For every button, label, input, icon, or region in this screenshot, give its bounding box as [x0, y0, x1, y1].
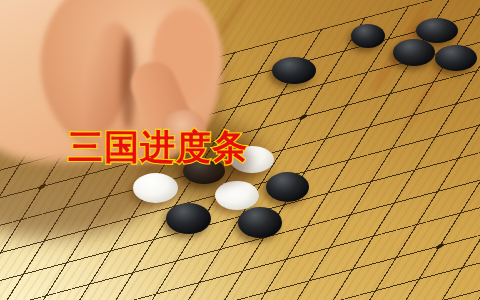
- stone-black[interactable]: [266, 172, 309, 202]
- hand-edge-shadow: [196, 28, 224, 132]
- stone-black[interactable]: [238, 207, 282, 238]
- stone-black[interactable]: [351, 24, 385, 48]
- stone-black[interactable]: [272, 57, 316, 84]
- stone-black[interactable]: [393, 39, 435, 66]
- go-board-photo: 三国进度条: [0, 0, 480, 300]
- stone-black[interactable]: [166, 203, 211, 234]
- stone-black[interactable]: [435, 45, 477, 71]
- stone-white[interactable]: [133, 173, 178, 203]
- stone-black[interactable]: [416, 18, 458, 43]
- overlay-caption: 三国进度条: [68, 130, 248, 165]
